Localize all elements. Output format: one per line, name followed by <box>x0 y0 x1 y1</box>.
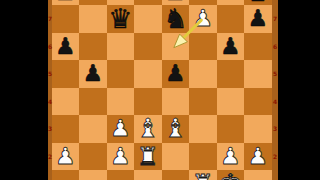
square-b2[interactable] <box>79 143 107 171</box>
white-pawn[interactable]: ♟ <box>107 143 135 171</box>
square-a5[interactable] <box>52 60 80 88</box>
black-pawn[interactable]: ♟ <box>217 33 245 61</box>
black-pawn[interactable]: ♟ <box>52 33 80 61</box>
square-d4[interactable] <box>134 88 162 116</box>
square-a3[interactable] <box>52 115 80 143</box>
square-f3[interactable] <box>189 115 217 143</box>
square-b4[interactable] <box>79 88 107 116</box>
rank-label-6-left: 6 <box>48 43 54 50</box>
square-c6[interactable] <box>107 33 135 61</box>
rank-label-2-right: 2 <box>272 153 279 160</box>
square-f2[interactable] <box>189 143 217 171</box>
square-f7[interactable]: ♟ <box>189 5 217 33</box>
square-b5[interactable]: ♟ <box>79 60 107 88</box>
rank-label-4-left: 4 <box>48 98 54 105</box>
square-f6[interactable] <box>189 33 217 61</box>
square-e7[interactable]: ♞ <box>162 5 190 33</box>
square-b3[interactable] <box>79 115 107 143</box>
rank-label-6-right: 6 <box>272 43 279 50</box>
board-squares: ♜♜♚♛♞♟♟♟♟♟♟♟♝♝♟♟♜♟♟♜♚ <box>52 0 272 180</box>
square-f1[interactable]: ♜ <box>189 170 217 180</box>
square-a7[interactable] <box>52 5 80 33</box>
square-c7[interactable]: ♛ <box>107 5 135 33</box>
square-c3[interactable]: ♟ <box>107 115 135 143</box>
square-d3[interactable]: ♝ <box>134 115 162 143</box>
square-h3[interactable] <box>244 115 272 143</box>
rank-label-2-left: 2 <box>48 153 54 160</box>
square-h2[interactable]: ♟ <box>244 143 272 171</box>
square-b1[interactable] <box>79 170 107 180</box>
black-pawn[interactable]: ♟ <box>162 60 190 88</box>
rank-label-7-right: 7 <box>272 15 279 22</box>
square-f4[interactable] <box>189 88 217 116</box>
square-d7[interactable] <box>134 5 162 33</box>
rank-label-3-right: 3 <box>272 125 279 132</box>
square-e2[interactable] <box>162 143 190 171</box>
square-h5[interactable] <box>244 60 272 88</box>
white-king[interactable]: ♚ <box>217 170 245 180</box>
black-pawn[interactable]: ♟ <box>79 60 107 88</box>
white-rook[interactable]: ♜ <box>134 143 162 171</box>
square-a4[interactable] <box>52 88 80 116</box>
square-e6[interactable] <box>162 33 190 61</box>
square-e1[interactable] <box>162 170 190 180</box>
square-a1[interactable] <box>52 170 80 180</box>
rank-label-3-left: 3 <box>48 125 54 132</box>
white-pawn[interactable]: ♟ <box>244 143 272 171</box>
white-bishop[interactable]: ♝ <box>134 115 162 143</box>
square-g1[interactable]: ♚ <box>217 170 245 180</box>
square-c1[interactable] <box>107 170 135 180</box>
square-c2[interactable]: ♟ <box>107 143 135 171</box>
black-queen[interactable]: ♛ <box>107 5 135 33</box>
square-d2[interactable]: ♜ <box>134 143 162 171</box>
square-h7[interactable]: ♟ <box>244 5 272 33</box>
rank-label-5-right: 5 <box>272 70 279 77</box>
chess-board[interactable]: ♜♜♚♛♞♟♟♟♟♟♟♟♝♝♟♟♜♟♟♜♚ 776655443322 <box>48 0 278 180</box>
white-bishop[interactable]: ♝ <box>162 115 190 143</box>
square-a2[interactable]: ♟ <box>52 143 80 171</box>
video-frame: ♜♜♚♛♞♟♟♟♟♟♟♟♝♝♟♟♜♟♟♜♚ 776655443322 <box>0 0 320 180</box>
square-g2[interactable]: ♟ <box>217 143 245 171</box>
square-d5[interactable] <box>134 60 162 88</box>
black-pawn[interactable]: ♟ <box>244 5 272 33</box>
square-g6[interactable]: ♟ <box>217 33 245 61</box>
square-e3[interactable]: ♝ <box>162 115 190 143</box>
rank-label-4-right: 4 <box>272 98 279 105</box>
square-e4[interactable] <box>162 88 190 116</box>
square-g3[interactable] <box>217 115 245 143</box>
white-rook[interactable]: ♜ <box>189 170 217 180</box>
white-pawn[interactable]: ♟ <box>217 143 245 171</box>
square-c4[interactable] <box>107 88 135 116</box>
square-b6[interactable] <box>79 33 107 61</box>
square-e5[interactable]: ♟ <box>162 60 190 88</box>
square-d1[interactable] <box>134 170 162 180</box>
square-b7[interactable] <box>79 5 107 33</box>
white-pawn[interactable]: ♟ <box>52 143 80 171</box>
square-g4[interactable] <box>217 88 245 116</box>
white-pawn[interactable]: ♟ <box>189 5 217 33</box>
square-c5[interactable] <box>107 60 135 88</box>
square-g7[interactable] <box>217 5 245 33</box>
rank-label-7-left: 7 <box>48 15 54 22</box>
square-d6[interactable] <box>134 33 162 61</box>
rank-label-5-left: 5 <box>48 70 54 77</box>
square-a6[interactable]: ♟ <box>52 33 80 61</box>
square-f5[interactable] <box>189 60 217 88</box>
square-g5[interactable] <box>217 60 245 88</box>
white-pawn[interactable]: ♟ <box>107 115 135 143</box>
square-h1[interactable] <box>244 170 272 180</box>
square-h6[interactable] <box>244 33 272 61</box>
black-knight[interactable]: ♞ <box>162 5 190 33</box>
square-h4[interactable] <box>244 88 272 116</box>
